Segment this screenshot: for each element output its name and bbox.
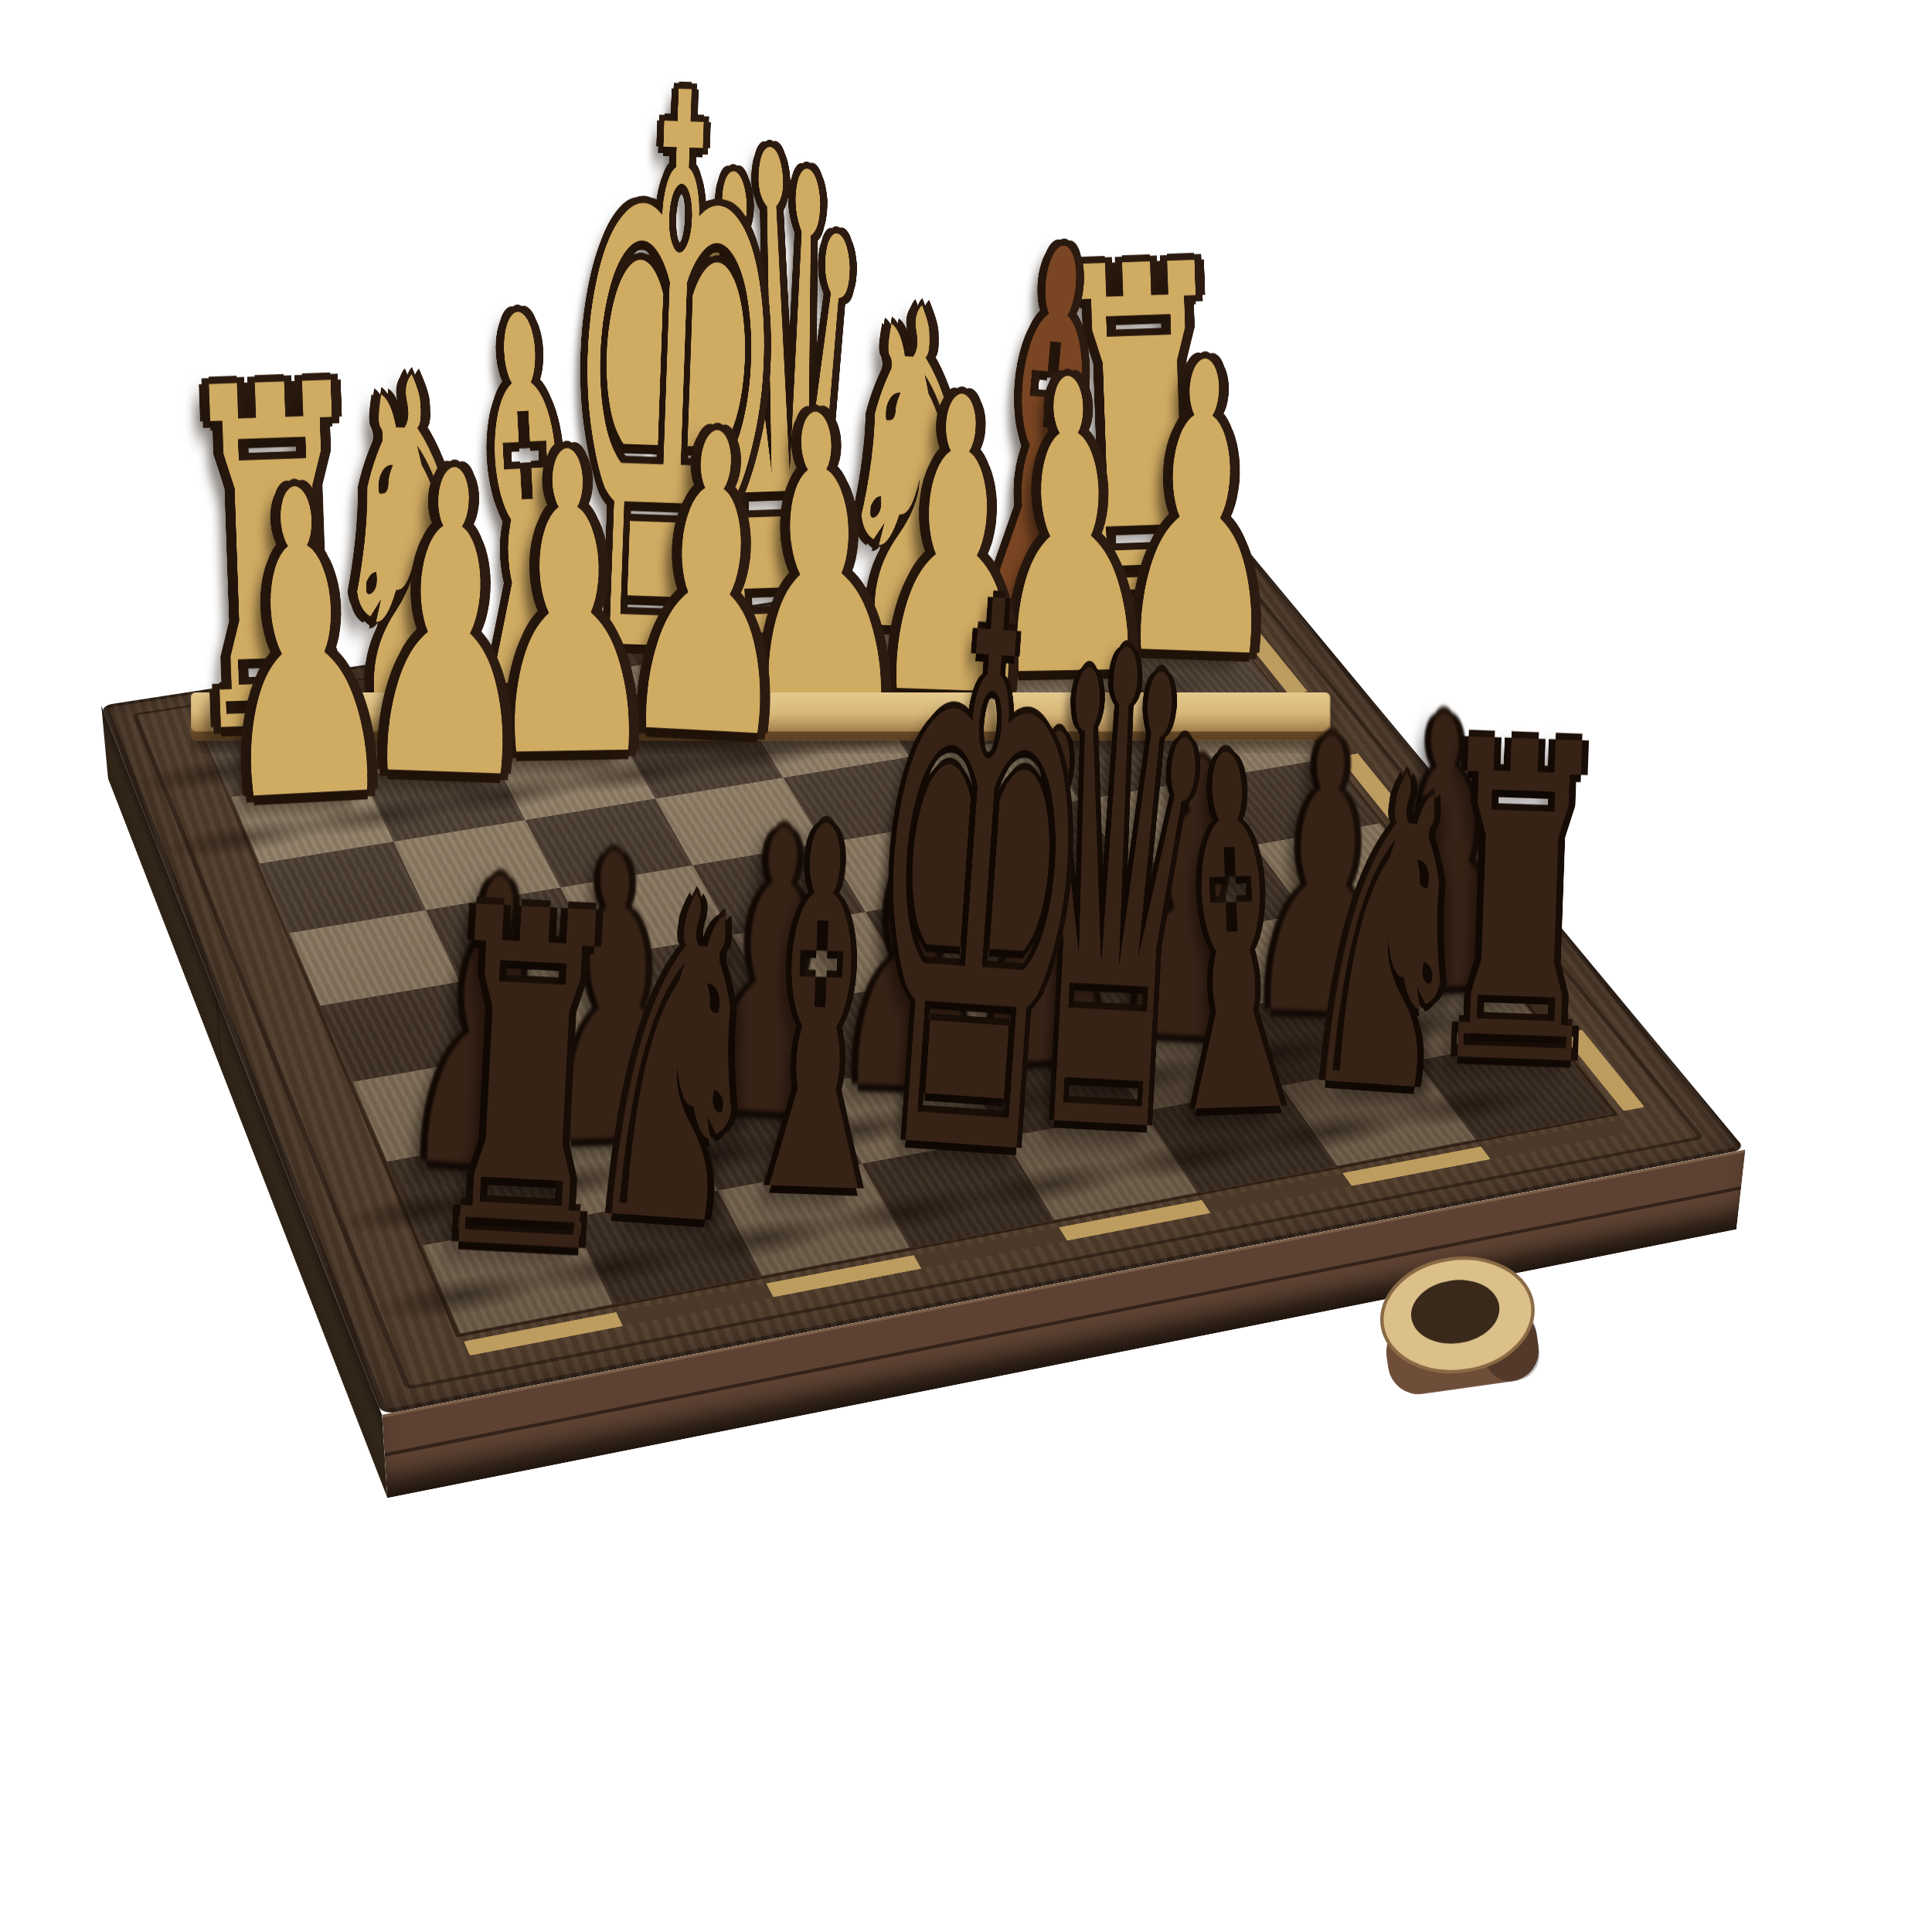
- square-r8c1: [423, 1218, 612, 1334]
- square-r7c2: [532, 1110, 718, 1218]
- piece-shadow: [585, 1111, 849, 1202]
- piece-shadow: [1199, 1087, 1462, 1177]
- ring-clasp-icon: [1352, 1236, 1566, 1416]
- square-r7c6: [1092, 1009, 1281, 1111]
- piece-shadow: [729, 1085, 992, 1175]
- piece-shadow: [325, 1247, 600, 1346]
- square-r6c4: [774, 984, 956, 1084]
- square-r6c3: [635, 1008, 817, 1110]
- piece-shadow: [772, 1165, 1041, 1259]
- square-r7c1: [387, 1135, 572, 1245]
- square-r6c5: [910, 960, 1093, 1059]
- square-r5c2: [460, 958, 635, 1057]
- square-r4c1: [290, 910, 460, 1006]
- piece-shadow: [291, 1162, 560, 1257]
- square-r8c7: [1281, 1060, 1475, 1165]
- square-r6c2: [495, 1032, 675, 1135]
- piece-shadow: [625, 1192, 896, 1287]
- square-r6c6: [1043, 937, 1226, 1034]
- ring-clasp: [1352, 1236, 1566, 1416]
- square-r8c4: [862, 1138, 1054, 1248]
- square-r8c5: [1004, 1111, 1197, 1219]
- piece-shadow: [917, 1138, 1184, 1232]
- square-r8c2: [572, 1190, 763, 1304]
- square-r7c3: [675, 1083, 862, 1190]
- piece-shadow: [1337, 1062, 1598, 1151]
- piece-shadow: [1281, 986, 1536, 1071]
- piece-shadow: [1059, 1112, 1324, 1204]
- square-r6c1: [353, 1056, 532, 1162]
- chess-photo-scene: ♜♞♝♚♛♞♝♜♟♟♟♟♟♟♟♟♟♟♟♟♟♟♟♟♜♞♝♚♛♝♞♜: [0, 0, 1932, 1932]
- piece-shadow: [1146, 1011, 1403, 1097]
- piece-shadow: [870, 1060, 1131, 1148]
- piece-shadow: [439, 1136, 706, 1229]
- board-3d: ♜♞♝♚♛♞♝♜♟♟♟♟♟♟♟♟♟♟♟♟♟♟♟♟♜♞♝♚♛♝♞♜: [101, 531, 1745, 1415]
- square-r8c6: [1144, 1086, 1338, 1192]
- piece-shadow: [476, 1219, 749, 1316]
- square-r7c4: [817, 1059, 1004, 1164]
- square-r8c8: [1417, 1036, 1612, 1139]
- square-r5c4: [733, 912, 910, 1008]
- square-r7c5: [955, 1034, 1143, 1138]
- square-r6c7: [1175, 913, 1359, 1009]
- square-r7c7: [1227, 985, 1417, 1086]
- square-r7c8: [1359, 962, 1549, 1061]
- square-r5c1: [321, 981, 495, 1082]
- square-r5c3: [597, 935, 774, 1032]
- square-r8c3: [718, 1164, 910, 1276]
- piece-shadow: [1009, 1035, 1268, 1122]
